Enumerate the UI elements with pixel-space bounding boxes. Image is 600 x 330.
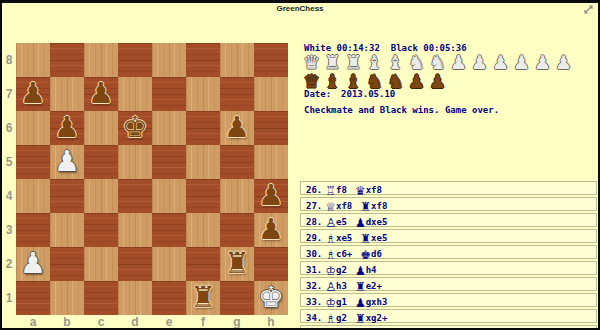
move-row[interactable]: 31.♔g2♟h4 <box>300 261 597 275</box>
greenchess-window: GreenChess 87654321 ♟♟♟♚♟♟♟♟♟♜♜♚ abcdefg… <box>0 0 600 330</box>
square-g3[interactable] <box>220 213 254 247</box>
window-title: GreenChess <box>2 4 598 13</box>
square-g2[interactable]: ♜ <box>220 247 254 281</box>
white-move: f8 <box>336 185 347 195</box>
square-e3[interactable] <box>152 213 186 247</box>
square-f6[interactable] <box>186 111 220 145</box>
move-row[interactable]: 30.♗c6+♚d6 <box>300 245 597 259</box>
square-b1[interactable] <box>50 281 84 315</box>
white-move: xf8 <box>336 201 352 211</box>
captured-black-knight: ♞ <box>364 71 385 91</box>
square-d1[interactable] <box>118 281 152 315</box>
rank-label-2: 2 <box>2 247 16 281</box>
file-label-h: h <box>254 315 288 330</box>
captured-white-rook: ♜ <box>322 52 343 72</box>
piece-black-pawn[interactable]: ♟ <box>220 111 254 145</box>
black-move: e2+ <box>366 281 382 291</box>
white-move: g1 <box>336 297 347 307</box>
title-bar: GreenChess <box>2 3 598 16</box>
game-status: Checkmate and Black wins. Game over. <box>304 105 499 115</box>
file-label-b: b <box>50 315 84 330</box>
figurine-white-king: ♔ <box>325 296 336 310</box>
figurine-white-queen: ♕ <box>325 200 336 214</box>
rank-label-5: 5 <box>2 145 16 179</box>
square-a8[interactable] <box>16 43 50 77</box>
square-c1[interactable] <box>84 281 118 315</box>
figurine-black-rook: ♜ <box>355 312 366 326</box>
square-f7[interactable] <box>186 77 220 111</box>
square-a4[interactable] <box>16 179 50 213</box>
square-b8[interactable] <box>50 43 84 77</box>
white-move: h3 <box>336 281 347 291</box>
square-h5[interactable] <box>254 145 288 179</box>
move-row[interactable]: 28.♙e5♟dxe5 <box>300 213 597 227</box>
file-label-a: a <box>16 315 50 330</box>
square-h2[interactable] <box>254 247 288 281</box>
file-label-e: e <box>152 315 186 330</box>
square-d8[interactable] <box>118 43 152 77</box>
black-move: gxh3 <box>366 297 388 307</box>
square-g6[interactable]: ♟ <box>220 111 254 145</box>
rank-label-6: 6 <box>2 111 16 145</box>
square-d7[interactable] <box>118 77 152 111</box>
square-c8[interactable] <box>84 43 118 77</box>
square-e7[interactable] <box>152 77 186 111</box>
white-move: c6+ <box>336 249 352 259</box>
rank-label-4: 4 <box>2 179 16 213</box>
black-move: xe5 <box>371 233 387 243</box>
move-row[interactable]: 26.♖f8♛xf8 <box>300 181 597 195</box>
square-c7[interactable]: ♟ <box>84 77 118 111</box>
square-d2[interactable] <box>118 247 152 281</box>
square-c2[interactable] <box>84 247 118 281</box>
captured-white-knight: ♞ <box>406 52 427 72</box>
move-number: 29. <box>306 233 322 243</box>
captured-black-bishop: ♝ <box>322 71 343 91</box>
square-e5[interactable] <box>152 145 186 179</box>
square-b6[interactable]: ♟ <box>50 111 84 145</box>
captured-black-bishop: ♝ <box>343 71 364 91</box>
move-row[interactable]: 27.♕xf8♜xf8 <box>300 197 597 211</box>
figurine-white-pawn: ♙ <box>325 216 336 230</box>
captured-white-bishop: ♝ <box>385 52 406 72</box>
square-b5[interactable]: ♟ <box>50 145 84 179</box>
rank-label-1: 1 <box>2 281 16 315</box>
square-b7[interactable] <box>50 77 84 111</box>
captured-white-queen: ♛ <box>301 52 322 72</box>
captured-white-knight: ♞ <box>427 52 448 72</box>
figurine-white-bishop: ♗ <box>325 248 336 262</box>
move-row[interactable]: 35.♔h1♜f1# <box>300 325 597 330</box>
rank-label-3: 3 <box>2 213 16 247</box>
square-h4[interactable]: ♟ <box>254 179 288 213</box>
move-number: 26. <box>306 185 322 195</box>
captured-white-bishop: ♝ <box>364 52 385 72</box>
black-move: dxe5 <box>366 217 388 227</box>
move-list: 26.♖f8♛xf827.♕xf8♜xf828.♙e5♟dxe529.♗xe5♜… <box>300 181 597 330</box>
square-c3[interactable] <box>84 213 118 247</box>
square-f3[interactable] <box>186 213 220 247</box>
figurine-white-bishop: ♗ <box>325 312 336 326</box>
square-g5[interactable] <box>220 145 254 179</box>
captured-white-pawn: ♟ <box>469 52 490 72</box>
figurine-white-king: ♔ <box>325 264 336 278</box>
square-c5[interactable] <box>84 145 118 179</box>
square-f5[interactable] <box>186 145 220 179</box>
figurine-white-rook: ♖ <box>325 184 336 198</box>
square-b4[interactable] <box>50 179 84 213</box>
white-move: g2 <box>336 265 347 275</box>
square-g7[interactable] <box>220 77 254 111</box>
captured-white-pawn: ♟ <box>511 52 532 72</box>
captured-black-pawn: ♟ <box>427 71 448 91</box>
square-e1[interactable] <box>152 281 186 315</box>
square-b3[interactable] <box>50 213 84 247</box>
date-line: Date:2013.05.10 <box>304 89 395 99</box>
move-number: 27. <box>306 201 322 211</box>
square-f4[interactable] <box>186 179 220 213</box>
captured-black-queen: ♛ <box>301 71 322 91</box>
black-move: xf8 <box>366 185 382 195</box>
rank-labels: 87654321 <box>2 43 16 315</box>
square-b2[interactable] <box>50 247 84 281</box>
black-move: xg2+ <box>366 313 388 323</box>
captured-white-pawn: ♟ <box>490 52 511 72</box>
captured-white-pawn: ♟ <box>448 52 469 72</box>
square-a7[interactable]: ♟ <box>16 77 50 111</box>
file-label-f: f <box>186 315 220 330</box>
captured-white-rook: ♜ <box>343 52 364 72</box>
figurine-white-pawn: ♙ <box>325 280 336 294</box>
move-number: 33. <box>306 297 322 307</box>
square-g4[interactable] <box>220 179 254 213</box>
square-h3[interactable]: ♟ <box>254 213 288 247</box>
square-e6[interactable] <box>152 111 186 145</box>
move-number: 28. <box>306 217 322 227</box>
square-g8[interactable] <box>220 43 254 77</box>
rank-label-8: 8 <box>2 43 16 77</box>
file-label-g: g <box>220 315 254 330</box>
square-h1[interactable]: ♚ <box>254 281 288 315</box>
move-number: 30. <box>306 249 322 259</box>
square-e4[interactable] <box>152 179 186 213</box>
square-d4[interactable] <box>118 179 152 213</box>
square-a3[interactable] <box>16 213 50 247</box>
square-e2[interactable] <box>152 247 186 281</box>
white-move: e5 <box>336 217 347 227</box>
chess-board-area: 87654321 ♟♟♟♚♟♟♟♟♟♜♜♚ abcdefgh <box>2 43 298 330</box>
move-number: 31. <box>306 265 322 275</box>
square-g1[interactable] <box>220 281 254 315</box>
white-move: g2 <box>336 313 347 323</box>
file-labels: abcdefgh <box>16 315 288 330</box>
square-d3[interactable] <box>118 213 152 247</box>
info-panel: White 00:14:32 Black 00:05:36 ♛♜♜♝♝♞♞♟♟♟… <box>300 41 598 330</box>
square-f8[interactable] <box>186 43 220 77</box>
piece-black-king[interactable]: ♚ <box>118 111 152 145</box>
square-f2[interactable] <box>186 247 220 281</box>
black-move: xf8 <box>371 201 387 211</box>
square-d6[interactable]: ♚ <box>118 111 152 145</box>
figurine-black-king: ♚ <box>360 248 371 262</box>
square-a6[interactable] <box>16 111 50 145</box>
white-move: xe5 <box>336 233 352 243</box>
figurine-black-pawn: ♟ <box>355 296 366 310</box>
piece-white-pawn[interactable]: ♟ <box>16 247 50 281</box>
piece-black-rook[interactable]: ♜ <box>220 247 254 281</box>
piece-black-pawn[interactable]: ♟ <box>16 77 50 111</box>
piece-black-pawn[interactable]: ♟ <box>50 111 84 145</box>
square-h6[interactable] <box>254 111 288 145</box>
square-c6[interactable] <box>84 111 118 145</box>
square-a2[interactable]: ♟ <box>16 247 50 281</box>
square-f1[interactable]: ♜ <box>186 281 220 315</box>
move-row[interactable]: 29.♗xe5♜xe5 <box>300 229 597 243</box>
file-label-d: d <box>118 315 152 330</box>
date-value: 2013.05.10 <box>341 89 395 99</box>
captured-white-pawn: ♟ <box>553 52 574 72</box>
piece-black-rook[interactable]: ♜ <box>186 281 220 315</box>
captured-black-pawn: ♟ <box>406 71 427 91</box>
move-number: 34. <box>306 313 322 323</box>
move-number: 32. <box>306 281 322 291</box>
piece-black-pawn[interactable]: ♟ <box>84 77 118 111</box>
file-label-c: c <box>84 315 118 330</box>
piece-white-king[interactable]: ♚ <box>254 281 288 315</box>
move-row[interactable]: 34.♗g2♜xg2+ <box>300 309 597 323</box>
piece-black-pawn[interactable]: ♟ <box>254 179 288 213</box>
square-c4[interactable] <box>84 179 118 213</box>
black-move: d6 <box>371 249 382 259</box>
piece-black-pawn[interactable]: ♟ <box>254 213 288 247</box>
resize-icon[interactable] <box>584 5 593 14</box>
figurine-black-rook: ♜ <box>360 200 371 214</box>
square-a1[interactable] <box>16 281 50 315</box>
square-a5[interactable] <box>16 145 50 179</box>
figurine-black-pawn: ♟ <box>355 216 366 230</box>
move-row[interactable]: 32.♙h3♜e2+ <box>300 277 597 291</box>
figurine-black-rook: ♜ <box>360 232 371 246</box>
chess-board: ♟♟♟♚♟♟♟♟♟♜♜♚ <box>16 43 288 315</box>
square-e8[interactable] <box>152 43 186 77</box>
rank-label-7: 7 <box>2 77 16 111</box>
captured-white-pawn: ♟ <box>532 52 553 72</box>
figurine-white-bishop: ♗ <box>325 232 336 246</box>
square-h8[interactable] <box>254 43 288 77</box>
figurine-black-queen: ♛ <box>355 184 366 198</box>
black-move: h4 <box>366 265 377 275</box>
date-label: Date: <box>304 89 331 99</box>
piece-white-pawn[interactable]: ♟ <box>50 145 84 179</box>
figurine-black-rook: ♜ <box>355 280 366 294</box>
move-row[interactable]: 33.♔g1♟gxh3 <box>300 293 597 307</box>
figurine-black-pawn: ♟ <box>355 264 366 278</box>
square-d5[interactable] <box>118 145 152 179</box>
square-h7[interactable] <box>254 77 288 111</box>
captured-black-knight: ♞ <box>385 71 406 91</box>
